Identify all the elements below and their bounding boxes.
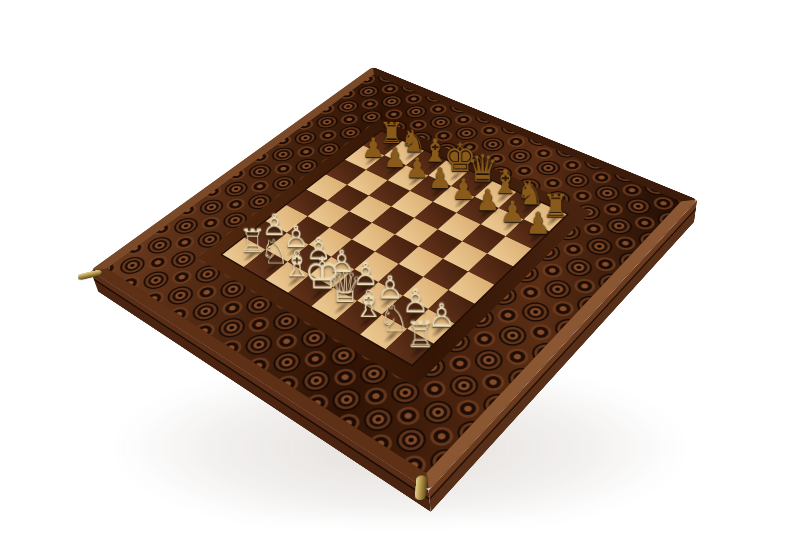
piece-black-pawn: ♟ xyxy=(523,208,554,238)
piece-white-rook: ♖ xyxy=(403,317,438,352)
product-photo-stage: ♖♙♟♜♘♙♟♞♗♙♟♝♔♙♟♚♕♙♟♛♗♙♟♝♘♙♟♞♖♙♟♜ xyxy=(0,0,800,533)
